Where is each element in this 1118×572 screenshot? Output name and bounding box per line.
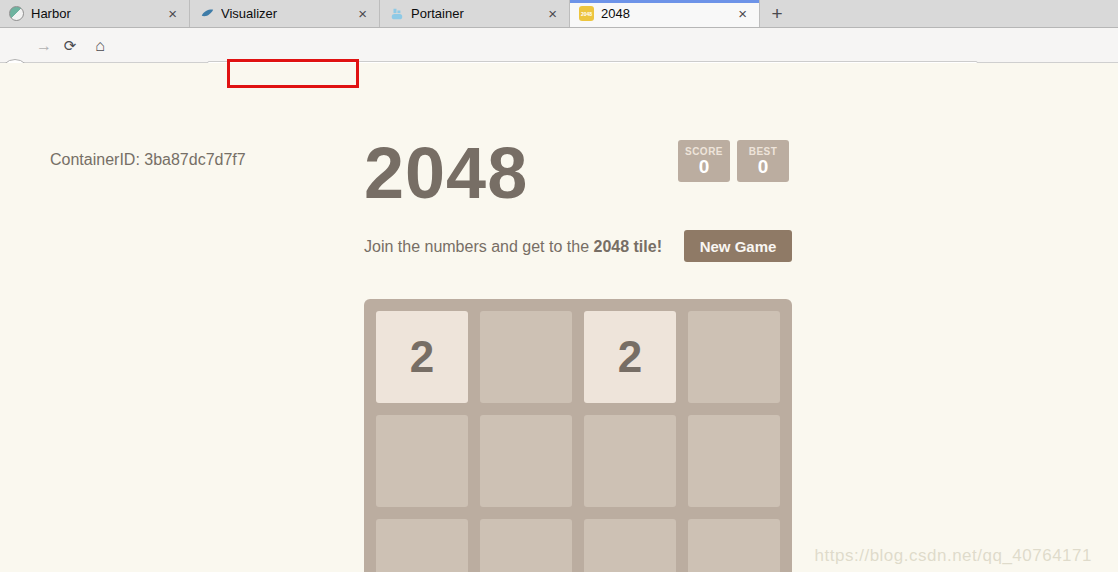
navigation-toolbar: ← → ⟳ ⌂ i 172.25.11.3:8000 ··· ∨ ☆: [0, 28, 1118, 63]
tab-title: Visualizer: [221, 6, 347, 21]
tile-2: 2: [584, 311, 676, 403]
empty-cell: [376, 415, 468, 507]
page-2048: ContainerID: 3ba87dc7d7f7 2048 SCORE 0 B…: [0, 63, 1118, 572]
tile-2: 2: [376, 311, 468, 403]
tab-close-icon[interactable]: ×: [354, 5, 371, 22]
tab-bar: Harbor × Visualizer × Portainer × 2048 2…: [0, 0, 1118, 28]
best-value: 0: [737, 157, 789, 177]
tab-title: 2048: [601, 6, 727, 21]
new-tab-button[interactable]: +: [760, 0, 794, 27]
visualizer-favicon-icon: [199, 6, 214, 21]
tab-close-icon[interactable]: ×: [734, 5, 751, 22]
tab-title: Harbor: [31, 6, 157, 21]
empty-cell: [480, 415, 572, 507]
new-game-button[interactable]: New Game: [684, 230, 792, 262]
portainer-favicon-icon: [389, 6, 404, 21]
reload-button-icon[interactable]: ⟳: [58, 28, 82, 63]
subtitle: Join the numbers and get to the 2048 til…: [364, 238, 662, 256]
subtitle-goal: 2048 tile!: [593, 238, 661, 255]
score-value: 0: [678, 157, 730, 177]
empty-cell: [584, 519, 676, 572]
tab-close-icon[interactable]: ×: [544, 5, 561, 22]
tab-2048-active[interactable]: 2048 2048 ×: [570, 0, 760, 27]
url-annotation-red-box: [227, 59, 359, 88]
best-box: BEST 0: [737, 140, 789, 182]
container-id-label: ContainerID: 3ba87dc7d7f7: [50, 151, 246, 169]
harbor-favicon-icon: [9, 6, 24, 21]
forward-button-icon[interactable]: →: [32, 28, 56, 63]
board: 22: [364, 299, 792, 572]
tab-visualizer[interactable]: Visualizer ×: [190, 0, 380, 27]
watermark: https://blog.csdn.net/qq_40764171: [815, 546, 1092, 566]
2048-favicon-icon: 2048: [579, 6, 594, 21]
empty-cell: [480, 311, 572, 403]
score-box: SCORE 0: [678, 140, 730, 182]
empty-cell: [584, 415, 676, 507]
empty-cell: [688, 519, 780, 572]
game-title: 2048: [364, 137, 528, 209]
tab-title: Portainer: [411, 6, 537, 21]
subtitle-text: Join the numbers and get to the: [364, 238, 593, 255]
tab-portainer[interactable]: Portainer ×: [380, 0, 570, 27]
empty-cell: [480, 519, 572, 572]
empty-cell: [376, 519, 468, 572]
home-button-icon[interactable]: ⌂: [88, 28, 112, 63]
empty-cell: [688, 311, 780, 403]
tab-harbor[interactable]: Harbor ×: [0, 0, 190, 27]
empty-cell: [688, 415, 780, 507]
tab-close-icon[interactable]: ×: [164, 5, 181, 22]
